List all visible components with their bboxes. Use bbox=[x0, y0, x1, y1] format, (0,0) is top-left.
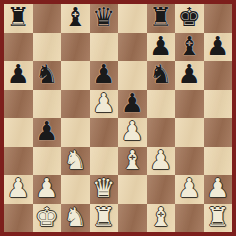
square-d5[interactable]: ♟ bbox=[90, 90, 119, 119]
square-c6[interactable] bbox=[61, 61, 90, 90]
piece-black-bishop[interactable]: ♝ bbox=[178, 33, 201, 60]
square-b3[interactable] bbox=[33, 147, 62, 176]
square-f6[interactable]: ♞ bbox=[147, 61, 176, 90]
square-a4[interactable] bbox=[4, 118, 33, 147]
piece-white-pawn[interactable]: ♟ bbox=[7, 175, 30, 202]
piece-white-pawn[interactable]: ♟ bbox=[92, 90, 115, 117]
square-h2[interactable]: ♟ bbox=[204, 175, 233, 204]
square-h5[interactable] bbox=[204, 90, 233, 119]
piece-black-queen[interactable]: ♛ bbox=[92, 4, 115, 31]
square-b6[interactable]: ♞ bbox=[33, 61, 62, 90]
square-g7[interactable]: ♝ bbox=[175, 33, 204, 62]
square-b5[interactable] bbox=[33, 90, 62, 119]
piece-black-pawn[interactable]: ♟ bbox=[7, 61, 30, 88]
piece-black-bishop[interactable]: ♝ bbox=[64, 4, 87, 31]
square-f3[interactable]: ♟ bbox=[147, 147, 176, 176]
square-d4[interactable] bbox=[90, 118, 119, 147]
square-g4[interactable] bbox=[175, 118, 204, 147]
piece-black-knight[interactable]: ♞ bbox=[149, 61, 172, 88]
piece-black-knight[interactable]: ♞ bbox=[35, 61, 58, 88]
square-e8[interactable] bbox=[118, 4, 147, 33]
square-a1[interactable] bbox=[4, 204, 33, 233]
piece-black-pawn[interactable]: ♟ bbox=[178, 61, 201, 88]
piece-black-king[interactable]: ♚ bbox=[178, 4, 201, 31]
square-a3[interactable] bbox=[4, 147, 33, 176]
square-e7[interactable] bbox=[118, 33, 147, 62]
square-d3[interactable] bbox=[90, 147, 119, 176]
square-h4[interactable] bbox=[204, 118, 233, 147]
chess-board: ♜♝♛♜♚♟♝♟♟♞♟♞♟♟♟♟♟♞♝♟♟♟♛♟♟♚♞♜♝♜ bbox=[4, 4, 232, 232]
piece-white-bishop[interactable]: ♝ bbox=[149, 204, 172, 231]
square-e2[interactable] bbox=[118, 175, 147, 204]
square-f5[interactable] bbox=[147, 90, 176, 119]
square-f4[interactable] bbox=[147, 118, 176, 147]
square-g2[interactable]: ♟ bbox=[175, 175, 204, 204]
square-h3[interactable] bbox=[204, 147, 233, 176]
square-g1[interactable] bbox=[175, 204, 204, 233]
square-f2[interactable] bbox=[147, 175, 176, 204]
square-d7[interactable] bbox=[90, 33, 119, 62]
square-a5[interactable] bbox=[4, 90, 33, 119]
square-e6[interactable] bbox=[118, 61, 147, 90]
square-h1[interactable]: ♜ bbox=[204, 204, 233, 233]
piece-black-pawn[interactable]: ♟ bbox=[35, 118, 58, 145]
square-e4[interactable]: ♟ bbox=[118, 118, 147, 147]
square-f1[interactable]: ♝ bbox=[147, 204, 176, 233]
piece-white-bishop[interactable]: ♝ bbox=[121, 147, 144, 174]
square-c3[interactable]: ♞ bbox=[61, 147, 90, 176]
piece-white-rook[interactable]: ♜ bbox=[92, 204, 115, 231]
square-e3[interactable]: ♝ bbox=[118, 147, 147, 176]
square-c2[interactable] bbox=[61, 175, 90, 204]
square-f8[interactable]: ♜ bbox=[147, 4, 176, 33]
square-a8[interactable]: ♜ bbox=[4, 4, 33, 33]
square-c1[interactable]: ♞ bbox=[61, 204, 90, 233]
square-d6[interactable]: ♟ bbox=[90, 61, 119, 90]
piece-white-pawn[interactable]: ♟ bbox=[121, 118, 144, 145]
square-d2[interactable]: ♛ bbox=[90, 175, 119, 204]
square-c5[interactable] bbox=[61, 90, 90, 119]
square-a7[interactable] bbox=[4, 33, 33, 62]
square-b4[interactable]: ♟ bbox=[33, 118, 62, 147]
square-c8[interactable]: ♝ bbox=[61, 4, 90, 33]
piece-black-rook[interactable]: ♜ bbox=[149, 4, 172, 31]
square-g6[interactable]: ♟ bbox=[175, 61, 204, 90]
piece-black-pawn[interactable]: ♟ bbox=[206, 33, 229, 60]
square-a6[interactable]: ♟ bbox=[4, 61, 33, 90]
square-d1[interactable]: ♜ bbox=[90, 204, 119, 233]
square-c7[interactable] bbox=[61, 33, 90, 62]
square-b7[interactable] bbox=[33, 33, 62, 62]
piece-white-rook[interactable]: ♜ bbox=[206, 204, 229, 231]
square-h7[interactable]: ♟ bbox=[204, 33, 233, 62]
square-h6[interactable] bbox=[204, 61, 233, 90]
board-frame: ♜♝♛♜♚♟♝♟♟♞♟♞♟♟♟♟♟♞♝♟♟♟♛♟♟♚♞♜♝♜ bbox=[0, 0, 236, 236]
square-g8[interactable]: ♚ bbox=[175, 4, 204, 33]
square-h8[interactable] bbox=[204, 4, 233, 33]
square-g3[interactable] bbox=[175, 147, 204, 176]
square-d8[interactable]: ♛ bbox=[90, 4, 119, 33]
piece-black-pawn[interactable]: ♟ bbox=[121, 90, 144, 117]
square-c4[interactable] bbox=[61, 118, 90, 147]
square-b2[interactable]: ♟ bbox=[33, 175, 62, 204]
piece-white-pawn[interactable]: ♟ bbox=[206, 175, 229, 202]
square-b8[interactable] bbox=[33, 4, 62, 33]
square-g5[interactable] bbox=[175, 90, 204, 119]
square-b1[interactable]: ♚ bbox=[33, 204, 62, 233]
square-e5[interactable]: ♟ bbox=[118, 90, 147, 119]
piece-black-pawn[interactable]: ♟ bbox=[92, 61, 115, 88]
square-e1[interactable] bbox=[118, 204, 147, 233]
piece-white-pawn[interactable]: ♟ bbox=[149, 147, 172, 174]
piece-white-knight[interactable]: ♞ bbox=[64, 147, 87, 174]
piece-white-king[interactable]: ♚ bbox=[35, 204, 58, 231]
square-f7[interactable]: ♟ bbox=[147, 33, 176, 62]
piece-black-rook[interactable]: ♜ bbox=[7, 4, 30, 31]
piece-white-pawn[interactable]: ♟ bbox=[178, 175, 201, 202]
piece-white-pawn[interactable]: ♟ bbox=[35, 175, 58, 202]
square-a2[interactable]: ♟ bbox=[4, 175, 33, 204]
piece-black-pawn[interactable]: ♟ bbox=[149, 33, 172, 60]
piece-white-knight[interactable]: ♞ bbox=[64, 204, 87, 231]
piece-white-queen[interactable]: ♛ bbox=[92, 175, 115, 202]
